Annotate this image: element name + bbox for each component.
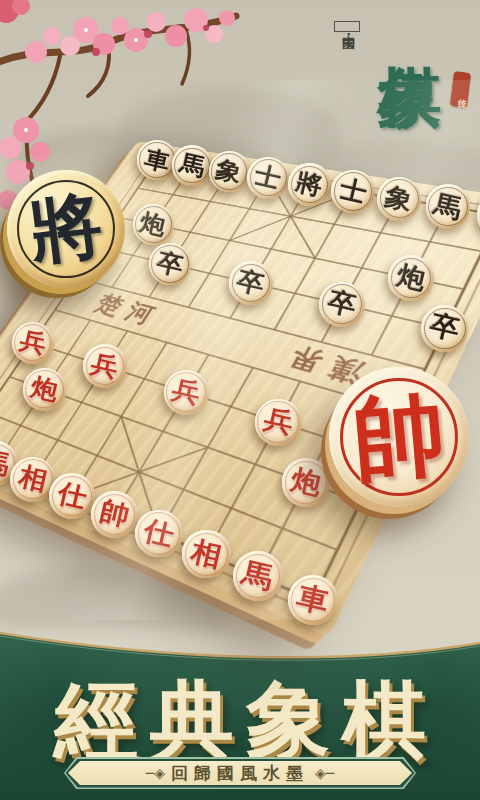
banner-subtitle: 回歸國風水墨	[171, 762, 309, 785]
banner-subtitle-row: ─◈ 回歸國風水墨 ◈─	[64, 757, 416, 789]
red-general-glyph: 帥	[348, 371, 450, 503]
piece-black-車[interactable]: 車	[137, 140, 177, 180]
piece-red-仕[interactable]: 仕	[49, 473, 95, 519]
ribbon-ornament-right: ◈─	[315, 765, 334, 781]
logo-frame-zhongguo: 中・國	[334, 21, 360, 32]
piece-black-炮[interactable]: 炮	[133, 204, 174, 245]
piece-black-馬[interactable]: 馬	[426, 184, 471, 229]
logo-seal-stamp: 传统	[450, 71, 471, 108]
black-general-glyph: 將	[24, 177, 107, 281]
page: 中・國 象棋 传统 楚河	[0, 0, 480, 800]
piece-red-相[interactable]: 相	[182, 530, 231, 579]
piece-red-炮[interactable]: 炮	[282, 458, 331, 507]
piece-red-兵[interactable]: 兵	[83, 344, 127, 388]
piece-red-帥[interactable]: 帥	[91, 491, 138, 538]
banner-ribbon: ─◈ 回歸國風水墨 ◈─	[64, 757, 416, 789]
ribbon-ornament-left: ─◈	[146, 765, 165, 781]
piece-black-卒[interactable]: 卒	[229, 261, 273, 305]
piece-black-馬[interactable]: 馬	[172, 145, 213, 186]
piece-black-象[interactable]: 象	[209, 151, 250, 192]
piece-red-兵[interactable]: 兵	[164, 370, 209, 415]
piece-red-兵[interactable]: 兵	[255, 399, 302, 446]
piece-red-兵[interactable]: 兵	[12, 322, 54, 364]
featured-piece-black-general: 將	[7, 170, 125, 288]
piece-black-將[interactable]: 將	[288, 163, 331, 206]
piece-red-炮[interactable]: 炮	[23, 368, 66, 411]
piece-black-士[interactable]: 士	[331, 170, 374, 213]
piece-red-仕[interactable]: 仕	[135, 510, 183, 558]
logo-xiangqi-title: 象棋	[364, 14, 456, 164]
piece-black-士[interactable]: 士	[247, 157, 289, 199]
piece-black-卒[interactable]: 卒	[319, 282, 365, 328]
app-logo: 中・國 象棋 传统	[330, 0, 480, 190]
featured-piece-red-general: 帥	[329, 367, 469, 507]
piece-black-象[interactable]: 象	[377, 177, 421, 221]
piece-red-馬[interactable]: 馬	[233, 551, 283, 601]
